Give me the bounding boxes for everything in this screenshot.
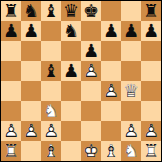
square-h7[interactable]: ♟ xyxy=(141,21,161,41)
square-f6[interactable] xyxy=(101,41,121,61)
square-h2[interactable]: ♟♙ xyxy=(141,121,161,141)
square-b6[interactable] xyxy=(21,41,41,61)
chess-board: ♜♞♝♛♚♜♟♟♞♟♟♟♟♝♟♟♙♟♙♛♕♞♘♟♙♟♙♟♙♟♙♟♙♜♖♝♗♚♔♝… xyxy=(0,0,162,162)
white-piece-outline-glyph: ♙ xyxy=(81,61,101,81)
piece-white-pawn: ♟♙ xyxy=(41,121,61,141)
square-e8[interactable]: ♚ xyxy=(81,1,101,21)
piece-white-pawn: ♟♙ xyxy=(141,121,161,141)
square-a7[interactable]: ♟ xyxy=(1,21,21,41)
square-g4[interactable]: ♛♕ xyxy=(121,81,141,101)
square-g5[interactable] xyxy=(121,61,141,81)
square-g3[interactable] xyxy=(121,101,141,121)
piece-black-pawn: ♟ xyxy=(1,21,21,41)
square-c4[interactable] xyxy=(41,81,61,101)
square-b8[interactable]: ♞ xyxy=(21,1,41,21)
square-c3[interactable]: ♞♘ xyxy=(41,101,61,121)
white-piece-outline-glyph: ♘ xyxy=(41,101,61,121)
piece-white-queen: ♛♕ xyxy=(121,81,141,101)
white-piece-outline-glyph: ♙ xyxy=(1,121,21,141)
square-g8[interactable] xyxy=(121,1,141,21)
piece-black-pawn: ♟ xyxy=(101,21,121,41)
square-a6[interactable] xyxy=(1,41,21,61)
square-d5[interactable]: ♟ xyxy=(61,61,81,81)
white-piece-outline-glyph: ♙ xyxy=(101,81,121,101)
piece-black-bishop: ♝ xyxy=(41,61,61,81)
square-c7[interactable] xyxy=(41,21,61,41)
piece-black-pawn: ♟ xyxy=(141,21,161,41)
square-b4[interactable] xyxy=(21,81,41,101)
square-g2[interactable]: ♟♙ xyxy=(121,121,141,141)
square-g6[interactable] xyxy=(121,41,141,61)
square-g1[interactable]: ♞♘ xyxy=(121,141,141,161)
square-f4[interactable]: ♟♙ xyxy=(101,81,121,101)
square-d7[interactable]: ♞ xyxy=(61,21,81,41)
white-piece-outline-glyph: ♔ xyxy=(81,141,101,161)
square-d6[interactable] xyxy=(61,41,81,61)
square-h8[interactable]: ♜ xyxy=(141,1,161,21)
white-piece-outline-glyph: ♖ xyxy=(141,141,161,161)
square-d3[interactable] xyxy=(61,101,81,121)
white-piece-outline-glyph: ♖ xyxy=(1,141,21,161)
square-a4[interactable] xyxy=(1,81,21,101)
piece-black-knight: ♞ xyxy=(21,1,41,21)
white-piece-outline-glyph: ♙ xyxy=(141,121,161,141)
square-e2[interactable] xyxy=(81,121,101,141)
white-piece-outline-glyph: ♙ xyxy=(21,121,41,141)
square-a1[interactable]: ♜♖ xyxy=(1,141,21,161)
square-f7[interactable]: ♟ xyxy=(101,21,121,41)
square-c8[interactable]: ♝ xyxy=(41,1,61,21)
square-e7[interactable] xyxy=(81,21,101,41)
square-d8[interactable]: ♛ xyxy=(61,1,81,21)
square-e1[interactable]: ♚♔ xyxy=(81,141,101,161)
piece-white-pawn: ♟♙ xyxy=(101,81,121,101)
square-d1[interactable] xyxy=(61,141,81,161)
white-piece-outline-glyph: ♕ xyxy=(121,81,141,101)
square-a3[interactable] xyxy=(1,101,21,121)
square-h1[interactable]: ♜♖ xyxy=(141,141,161,161)
piece-black-queen: ♛ xyxy=(61,1,81,21)
square-a8[interactable]: ♜ xyxy=(1,1,21,21)
square-h3[interactable] xyxy=(141,101,161,121)
white-piece-outline-glyph: ♗ xyxy=(101,141,121,161)
square-b7[interactable]: ♟ xyxy=(21,21,41,41)
square-e6[interactable]: ♟ xyxy=(81,41,101,61)
square-f5[interactable] xyxy=(101,61,121,81)
piece-black-pawn: ♟ xyxy=(21,21,41,41)
square-e3[interactable] xyxy=(81,101,101,121)
piece-white-bishop: ♝♗ xyxy=(41,141,61,161)
white-piece-outline-glyph: ♙ xyxy=(41,121,61,141)
square-d2[interactable] xyxy=(61,121,81,141)
square-c5[interactable]: ♝ xyxy=(41,61,61,81)
piece-black-rook: ♜ xyxy=(141,1,161,21)
piece-white-rook: ♜♖ xyxy=(141,141,161,161)
square-e5[interactable]: ♟♙ xyxy=(81,61,101,81)
square-a5[interactable] xyxy=(1,61,21,81)
square-f8[interactable] xyxy=(101,1,121,21)
square-d4[interactable] xyxy=(61,81,81,101)
piece-white-pawn: ♟♙ xyxy=(21,121,41,141)
square-c2[interactable]: ♟♙ xyxy=(41,121,61,141)
square-h6[interactable] xyxy=(141,41,161,61)
piece-black-pawn: ♟ xyxy=(121,21,141,41)
piece-white-pawn: ♟♙ xyxy=(81,61,101,81)
piece-white-rook: ♜♖ xyxy=(1,141,21,161)
square-f1[interactable]: ♝♗ xyxy=(101,141,121,161)
square-b5[interactable] xyxy=(21,61,41,81)
piece-black-knight: ♞ xyxy=(61,21,81,41)
square-b3[interactable] xyxy=(21,101,41,121)
square-f2[interactable] xyxy=(101,121,121,141)
square-a2[interactable]: ♟♙ xyxy=(1,121,21,141)
piece-black-pawn: ♟ xyxy=(61,61,81,81)
piece-white-king: ♚♔ xyxy=(81,141,101,161)
piece-black-rook: ♜ xyxy=(1,1,21,21)
square-e4[interactable] xyxy=(81,81,101,101)
square-h4[interactable] xyxy=(141,81,161,101)
square-b2[interactable]: ♟♙ xyxy=(21,121,41,141)
square-c1[interactable]: ♝♗ xyxy=(41,141,61,161)
square-c6[interactable] xyxy=(41,41,61,61)
square-f3[interactable] xyxy=(101,101,121,121)
piece-white-pawn: ♟♙ xyxy=(121,121,141,141)
piece-white-pawn: ♟♙ xyxy=(1,121,21,141)
piece-black-king: ♚ xyxy=(81,1,101,21)
piece-white-bishop: ♝♗ xyxy=(101,141,121,161)
piece-black-pawn: ♟ xyxy=(81,41,101,61)
square-h5[interactable] xyxy=(141,61,161,81)
white-piece-outline-glyph: ♙ xyxy=(121,121,141,141)
piece-black-bishop: ♝ xyxy=(41,1,61,21)
piece-white-knight: ♞♘ xyxy=(121,141,141,161)
square-g7[interactable]: ♟ xyxy=(121,21,141,41)
square-b1[interactable] xyxy=(21,141,41,161)
white-piece-outline-glyph: ♗ xyxy=(41,141,61,161)
piece-white-knight: ♞♘ xyxy=(41,101,61,121)
white-piece-outline-glyph: ♘ xyxy=(121,141,141,161)
